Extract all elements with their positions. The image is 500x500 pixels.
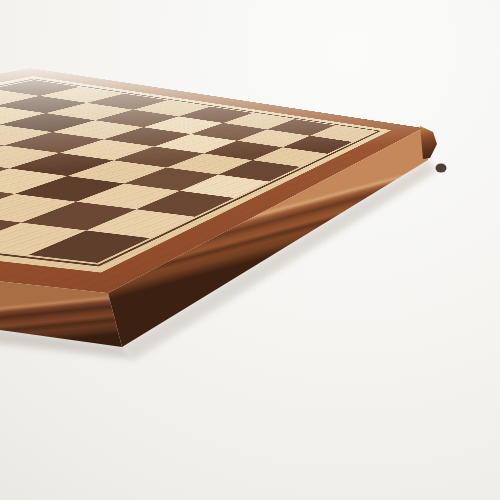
photo-background	[0, 0, 500, 500]
board-foot	[436, 164, 447, 173]
